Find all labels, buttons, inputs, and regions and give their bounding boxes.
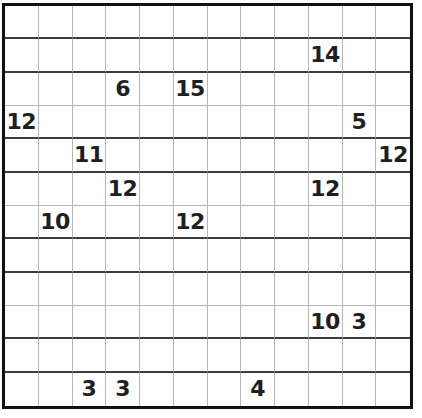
puzzle-image: 14615125111212121012103334 <box>0 0 422 418</box>
cell-r4c2[interactable] <box>39 106 73 139</box>
cell-r5c3[interactable]: 11 <box>73 139 107 172</box>
cell-r7c8[interactable] <box>241 206 275 239</box>
cell-r7c6[interactable]: 12 <box>174 206 208 239</box>
cell-r8c10[interactable] <box>309 239 343 272</box>
cell-r1c5[interactable] <box>140 6 174 39</box>
cell-r11c9[interactable] <box>275 339 309 372</box>
cell-r3c11[interactable] <box>343 73 377 106</box>
cell-r1c3[interactable] <box>73 6 107 39</box>
cell-r6c4[interactable]: 12 <box>106 173 140 206</box>
cell-r8c3[interactable] <box>73 239 107 272</box>
cell-r1c2[interactable] <box>39 6 73 39</box>
cell-r3c2[interactable] <box>39 73 73 106</box>
cell-r2c6[interactable] <box>174 39 208 72</box>
cell-r3c12[interactable] <box>376 73 410 106</box>
cell-r6c3[interactable] <box>73 173 107 206</box>
cell-r4c5[interactable] <box>140 106 174 139</box>
cell-r12c7[interactable] <box>208 373 242 406</box>
cell-r12c8[interactable]: 4 <box>241 373 275 406</box>
cell-r8c11[interactable] <box>343 239 377 272</box>
cell-r8c5[interactable] <box>140 239 174 272</box>
cell-r4c6[interactable] <box>174 106 208 139</box>
cell-r11c5[interactable] <box>140 339 174 372</box>
cell-r2c3[interactable] <box>73 39 107 72</box>
cell-r4c9[interactable] <box>275 106 309 139</box>
cell-r3c4[interactable]: 6 <box>106 73 140 106</box>
cell-r7c12[interactable] <box>376 206 410 239</box>
cell-r5c12[interactable]: 12 <box>376 139 410 172</box>
cell-r10c3[interactable] <box>73 306 107 339</box>
cell-r6c7[interactable] <box>208 173 242 206</box>
cell-r10c12[interactable] <box>376 306 410 339</box>
cell-r8c12[interactable] <box>376 239 410 272</box>
cell-r1c4[interactable] <box>106 6 140 39</box>
cell-r1c10[interactable] <box>309 6 343 39</box>
cell-r7c1[interactable] <box>5 206 39 239</box>
cell-r6c1[interactable] <box>5 173 39 206</box>
cell-r6c9[interactable] <box>275 173 309 206</box>
cell-r5c8[interactable] <box>241 139 275 172</box>
cell-r4c7[interactable] <box>208 106 242 139</box>
cell-r8c7[interactable] <box>208 239 242 272</box>
cell-r12c4[interactable]: 3 <box>106 373 140 406</box>
cell-r12c9[interactable] <box>275 373 309 406</box>
clue-number: 3 <box>81 378 96 400</box>
cell-r5c9[interactable] <box>275 139 309 172</box>
cell-r2c11[interactable] <box>343 39 377 72</box>
clue-number: 11 <box>74 144 104 166</box>
cell-r1c11[interactable] <box>343 6 377 39</box>
cell-r8c9[interactable] <box>275 239 309 272</box>
cell-r9c6[interactable] <box>174 273 208 306</box>
cell-r6c6[interactable] <box>174 173 208 206</box>
clue-number: 6 <box>115 78 130 100</box>
cell-r10c9[interactable] <box>275 306 309 339</box>
cell-r4c8[interactable] <box>241 106 275 139</box>
clue-number: 4 <box>250 378 265 400</box>
cell-r9c2[interactable] <box>39 273 73 306</box>
cell-r2c5[interactable] <box>140 39 174 72</box>
cell-r7c7[interactable] <box>208 206 242 239</box>
cell-r8c4[interactable] <box>106 239 140 272</box>
cell-r12c5[interactable] <box>140 373 174 406</box>
cell-r10c11[interactable]: 3 <box>343 306 377 339</box>
cell-r9c11[interactable] <box>343 273 377 306</box>
cell-r10c4[interactable] <box>106 306 140 339</box>
cell-r9c5[interactable] <box>140 273 174 306</box>
cell-r2c1[interactable] <box>5 39 39 72</box>
cell-r9c12[interactable] <box>376 273 410 306</box>
clue-number: 12 <box>175 211 205 233</box>
cell-r12c11[interactable] <box>343 373 377 406</box>
cell-r10c7[interactable] <box>208 306 242 339</box>
cell-r8c2[interactable] <box>39 239 73 272</box>
cell-r11c3[interactable] <box>73 339 107 372</box>
cell-r6c2[interactable] <box>39 173 73 206</box>
cell-r3c10[interactable] <box>309 73 343 106</box>
cell-r7c11[interactable] <box>343 206 377 239</box>
cell-r11c6[interactable] <box>174 339 208 372</box>
cell-r2c2[interactable] <box>39 39 73 72</box>
cell-r3c5[interactable] <box>140 73 174 106</box>
cell-r7c4[interactable] <box>106 206 140 239</box>
cell-r5c7[interactable] <box>208 139 242 172</box>
cell-r9c8[interactable] <box>241 273 275 306</box>
clue-number: 3 <box>115 378 130 400</box>
cell-r7c9[interactable] <box>275 206 309 239</box>
cell-r12c12[interactable] <box>376 373 410 406</box>
clue-number: 12 <box>310 178 340 200</box>
cell-r5c1[interactable] <box>5 139 39 172</box>
cell-r5c4[interactable] <box>106 139 140 172</box>
cell-r6c5[interactable] <box>140 173 174 206</box>
cell-r4c1[interactable]: 12 <box>5 106 39 139</box>
cell-r10c2[interactable] <box>39 306 73 339</box>
cell-r3c8[interactable] <box>241 73 275 106</box>
cell-r1c7[interactable] <box>208 6 242 39</box>
clue-number: 12 <box>7 111 37 133</box>
cell-r7c5[interactable] <box>140 206 174 239</box>
clue-number: 3 <box>351 311 366 333</box>
cell-r2c7[interactable] <box>208 39 242 72</box>
cell-r8c8[interactable] <box>241 239 275 272</box>
cell-r6c12[interactable] <box>376 173 410 206</box>
cell-r11c1[interactable] <box>5 339 39 372</box>
cell-r10c5[interactable] <box>140 306 174 339</box>
clue-number: 10 <box>310 311 340 333</box>
cell-r12c3[interactable]: 3 <box>73 373 107 406</box>
cell-r3c6[interactable]: 15 <box>174 73 208 106</box>
cell-r12c1[interactable] <box>5 373 39 406</box>
cell-r9c4[interactable] <box>106 273 140 306</box>
cell-r1c12[interactable] <box>376 6 410 39</box>
cell-r4c4[interactable] <box>106 106 140 139</box>
cell-r10c10[interactable]: 10 <box>309 306 343 339</box>
cell-r11c4[interactable] <box>106 339 140 372</box>
cell-r4c3[interactable] <box>73 106 107 139</box>
cell-r2c8[interactable] <box>241 39 275 72</box>
cell-r6c10[interactable]: 12 <box>309 173 343 206</box>
cell-r9c3[interactable] <box>73 273 107 306</box>
cell-r2c10[interactable]: 14 <box>309 39 343 72</box>
cell-r11c10[interactable] <box>309 339 343 372</box>
cell-r3c3[interactable] <box>73 73 107 106</box>
cell-r10c6[interactable] <box>174 306 208 339</box>
cell-r4c12[interactable] <box>376 106 410 139</box>
cell-r4c10[interactable] <box>309 106 343 139</box>
cell-r11c12[interactable] <box>376 339 410 372</box>
cell-r11c8[interactable] <box>241 339 275 372</box>
cell-r2c9[interactable] <box>275 39 309 72</box>
cell-r2c12[interactable] <box>376 39 410 72</box>
clue-number: 10 <box>40 211 70 233</box>
shikaku-board: 14615125111212121012103334 <box>2 3 413 409</box>
clue-number: 12 <box>378 144 408 166</box>
cell-r8c6[interactable] <box>174 239 208 272</box>
clue-number: 12 <box>108 178 138 200</box>
cell-r5c2[interactable] <box>39 139 73 172</box>
cell-r12c10[interactable] <box>309 373 343 406</box>
cell-r5c11[interactable] <box>343 139 377 172</box>
cell-r11c2[interactable] <box>39 339 73 372</box>
cell-r9c7[interactable] <box>208 273 242 306</box>
cell-r8c1[interactable] <box>5 239 39 272</box>
cell-r12c2[interactable] <box>39 373 73 406</box>
cell-r7c3[interactable] <box>73 206 107 239</box>
cell-r11c7[interactable] <box>208 339 242 372</box>
cell-r7c10[interactable] <box>309 206 343 239</box>
cell-r5c6[interactable] <box>174 139 208 172</box>
clue-number: 14 <box>310 44 340 66</box>
cell-r1c8[interactable] <box>241 6 275 39</box>
cell-r4c11[interactable]: 5 <box>343 106 377 139</box>
cell-r3c1[interactable] <box>5 73 39 106</box>
cell-r5c5[interactable] <box>140 139 174 172</box>
cell-r9c1[interactable] <box>5 273 39 306</box>
cell-r6c8[interactable] <box>241 173 275 206</box>
cell-r12c6[interactable] <box>174 373 208 406</box>
cell-r2c4[interactable] <box>106 39 140 72</box>
clue-number: 5 <box>351 111 366 133</box>
cell-r7c2[interactable]: 10 <box>39 206 73 239</box>
cell-r11c11[interactable] <box>343 339 377 372</box>
cell-r5c10[interactable] <box>309 139 343 172</box>
clue-number: 15 <box>175 78 205 100</box>
cell-r6c11[interactable] <box>343 173 377 206</box>
cell-r3c7[interactable] <box>208 73 242 106</box>
cell-r9c10[interactable] <box>309 273 343 306</box>
cell-r1c6[interactable] <box>174 6 208 39</box>
cell-r9c9[interactable] <box>275 273 309 306</box>
cell-r3c9[interactable] <box>275 73 309 106</box>
cell-r1c1[interactable] <box>5 6 39 39</box>
cell-r10c1[interactable] <box>5 306 39 339</box>
cell-r10c8[interactable] <box>241 306 275 339</box>
cell-r1c9[interactable] <box>275 6 309 39</box>
